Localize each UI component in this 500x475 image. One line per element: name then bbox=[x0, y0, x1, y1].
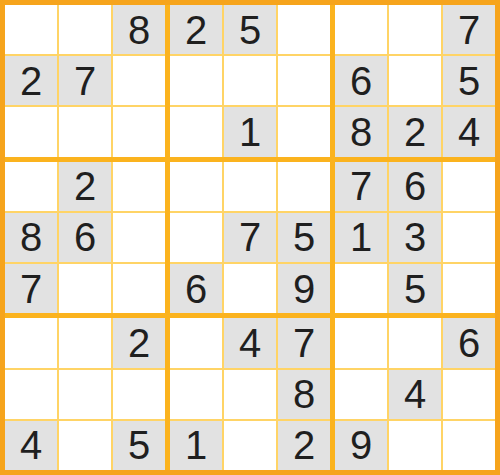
sudoku-cell-r5c5: 7 bbox=[224, 213, 276, 262]
sudoku-cell-r3c4[interactable] bbox=[170, 107, 222, 156]
sudoku-cell-r4c7: 7 bbox=[335, 162, 387, 211]
sudoku-cell-r4c9[interactable] bbox=[443, 162, 495, 211]
sudoku-cell-r2c4[interactable] bbox=[170, 56, 222, 105]
sudoku-cell-r4c2: 2 bbox=[59, 162, 111, 211]
sudoku-cell-r7c4[interactable] bbox=[170, 318, 222, 367]
sudoku-cell-r6c7[interactable] bbox=[335, 264, 387, 313]
sudoku-cell-r9c7: 9 bbox=[335, 421, 387, 470]
sudoku-cell-r4c8: 6 bbox=[389, 162, 441, 211]
sudoku-cell-r8c9[interactable] bbox=[443, 370, 495, 419]
sudoku-cell-r9c3: 5 bbox=[113, 421, 165, 470]
sudoku-cell-r4c1[interactable] bbox=[5, 162, 57, 211]
sudoku-cell-r8c7[interactable] bbox=[335, 370, 387, 419]
sudoku-cell-r7c3: 2 bbox=[113, 318, 165, 367]
sudoku-cell-r3c9: 4 bbox=[443, 107, 495, 156]
sudoku-cell-r8c4[interactable] bbox=[170, 370, 222, 419]
sudoku-cell-r9c1: 4 bbox=[5, 421, 57, 470]
sudoku-cell-r1c1[interactable] bbox=[5, 5, 57, 54]
sudoku-cell-r9c5[interactable] bbox=[224, 421, 276, 470]
sudoku-cell-r9c9[interactable] bbox=[443, 421, 495, 470]
sudoku-cell-r5c1: 8 bbox=[5, 213, 57, 262]
sudoku-cell-r6c2[interactable] bbox=[59, 264, 111, 313]
sudoku-cell-r5c8: 3 bbox=[389, 213, 441, 262]
sudoku-cell-r5c2: 6 bbox=[59, 213, 111, 262]
sudoku-cell-r7c9: 6 bbox=[443, 318, 495, 367]
sudoku-cell-r8c8: 4 bbox=[389, 370, 441, 419]
sudoku-cell-r8c1[interactable] bbox=[5, 370, 57, 419]
sudoku-cell-r8c3[interactable] bbox=[113, 370, 165, 419]
sudoku-cell-r7c6: 7 bbox=[278, 318, 330, 367]
sudoku-cell-r5c6: 5 bbox=[278, 213, 330, 262]
sudoku-cell-r4c4[interactable] bbox=[170, 162, 222, 211]
sudoku-cell-r9c6: 2 bbox=[278, 421, 330, 470]
sudoku-cell-r3c1[interactable] bbox=[5, 107, 57, 156]
sudoku-cell-r6c5[interactable] bbox=[224, 264, 276, 313]
sudoku-cell-r2c7: 6 bbox=[335, 56, 387, 105]
sudoku-cell-r3c2[interactable] bbox=[59, 107, 111, 156]
sudoku-cell-r6c9[interactable] bbox=[443, 264, 495, 313]
sudoku-cell-r1c5: 5 bbox=[224, 5, 276, 54]
sudoku-cell-r4c5[interactable] bbox=[224, 162, 276, 211]
sudoku-cell-r2c8[interactable] bbox=[389, 56, 441, 105]
sudoku-cell-r7c2[interactable] bbox=[59, 318, 111, 367]
sudoku-cell-r7c8[interactable] bbox=[389, 318, 441, 367]
sudoku-cell-r9c2[interactable] bbox=[59, 421, 111, 470]
sudoku-cell-r6c6: 9 bbox=[278, 264, 330, 313]
sudoku-cell-r1c2[interactable] bbox=[59, 5, 111, 54]
sudoku-cell-r5c3[interactable] bbox=[113, 213, 165, 262]
sudoku-cell-r9c4: 1 bbox=[170, 421, 222, 470]
sudoku-cell-r9c8[interactable] bbox=[389, 421, 441, 470]
sudoku-cell-r2c9: 5 bbox=[443, 56, 495, 105]
sudoku-cell-r1c4: 2 bbox=[170, 5, 222, 54]
sudoku-cell-r6c3[interactable] bbox=[113, 264, 165, 313]
sudoku-cell-r4c3[interactable] bbox=[113, 162, 165, 211]
sudoku-cell-r2c1: 2 bbox=[5, 56, 57, 105]
sudoku-cell-r1c6[interactable] bbox=[278, 5, 330, 54]
sudoku-board: 825727651824276867513769524768445129 bbox=[0, 0, 500, 475]
sudoku-cell-r3c6[interactable] bbox=[278, 107, 330, 156]
sudoku-cell-r2c5[interactable] bbox=[224, 56, 276, 105]
sudoku-cell-r4c6[interactable] bbox=[278, 162, 330, 211]
sudoku-cell-r1c3: 8 bbox=[113, 5, 165, 54]
sudoku-cell-r5c7: 1 bbox=[335, 213, 387, 262]
sudoku-cell-r6c1: 7 bbox=[5, 264, 57, 313]
sudoku-cell-r1c9: 7 bbox=[443, 5, 495, 54]
sudoku-cell-r6c8: 5 bbox=[389, 264, 441, 313]
sudoku-cell-r1c8[interactable] bbox=[389, 5, 441, 54]
sudoku-cell-r7c5: 4 bbox=[224, 318, 276, 367]
sudoku-cell-r5c4[interactable] bbox=[170, 213, 222, 262]
sudoku-cell-r3c5: 1 bbox=[224, 107, 276, 156]
sudoku-cell-r8c5[interactable] bbox=[224, 370, 276, 419]
sudoku-cell-r7c7[interactable] bbox=[335, 318, 387, 367]
sudoku-cell-r2c6[interactable] bbox=[278, 56, 330, 105]
sudoku-cell-r2c2: 7 bbox=[59, 56, 111, 105]
sudoku-cell-r3c8: 2 bbox=[389, 107, 441, 156]
sudoku-cell-r3c7: 8 bbox=[335, 107, 387, 156]
sudoku-cell-r7c1[interactable] bbox=[5, 318, 57, 367]
sudoku-cell-r1c7[interactable] bbox=[335, 5, 387, 54]
sudoku-cell-r2c3[interactable] bbox=[113, 56, 165, 105]
sudoku-cell-r8c2[interactable] bbox=[59, 370, 111, 419]
sudoku-cell-r5c9[interactable] bbox=[443, 213, 495, 262]
sudoku-cell-r6c4: 6 bbox=[170, 264, 222, 313]
sudoku-cell-r3c3[interactable] bbox=[113, 107, 165, 156]
sudoku-cell-r8c6: 8 bbox=[278, 370, 330, 419]
